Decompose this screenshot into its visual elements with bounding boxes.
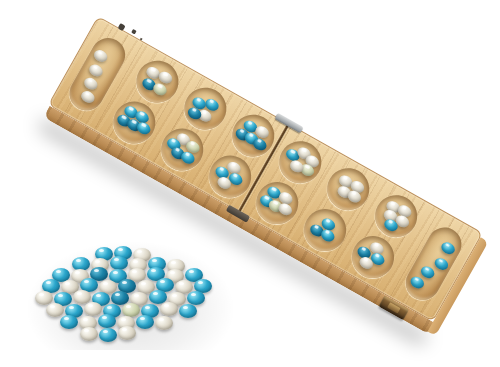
bead-pale bbox=[122, 303, 140, 317]
bead-clear bbox=[80, 327, 98, 341]
bead-clear bbox=[277, 201, 295, 217]
bead-clear bbox=[87, 62, 105, 78]
bead-clear bbox=[84, 302, 102, 316]
bead-clear bbox=[160, 302, 178, 316]
bead-blue bbox=[99, 328, 117, 342]
bead-blue bbox=[136, 315, 154, 329]
bead-blue bbox=[135, 120, 153, 136]
bead-blue bbox=[179, 304, 197, 318]
latch-pins-icon bbox=[118, 23, 126, 31]
bead-blue bbox=[110, 256, 128, 270]
bead-clear bbox=[82, 75, 100, 91]
bead-blue bbox=[60, 315, 78, 329]
bead-blue bbox=[439, 240, 457, 256]
bead-pile[interactable] bbox=[28, 242, 233, 350]
bead-blue bbox=[433, 256, 451, 272]
mancala-product-photo bbox=[0, 0, 500, 367]
bead-clear bbox=[79, 89, 97, 105]
bead-clear bbox=[155, 316, 173, 330]
bead-clear bbox=[118, 326, 136, 340]
bead-clear bbox=[92, 48, 110, 64]
bead-clear bbox=[46, 303, 64, 317]
bead-blue bbox=[187, 291, 205, 305]
bead-blue bbox=[98, 314, 116, 328]
